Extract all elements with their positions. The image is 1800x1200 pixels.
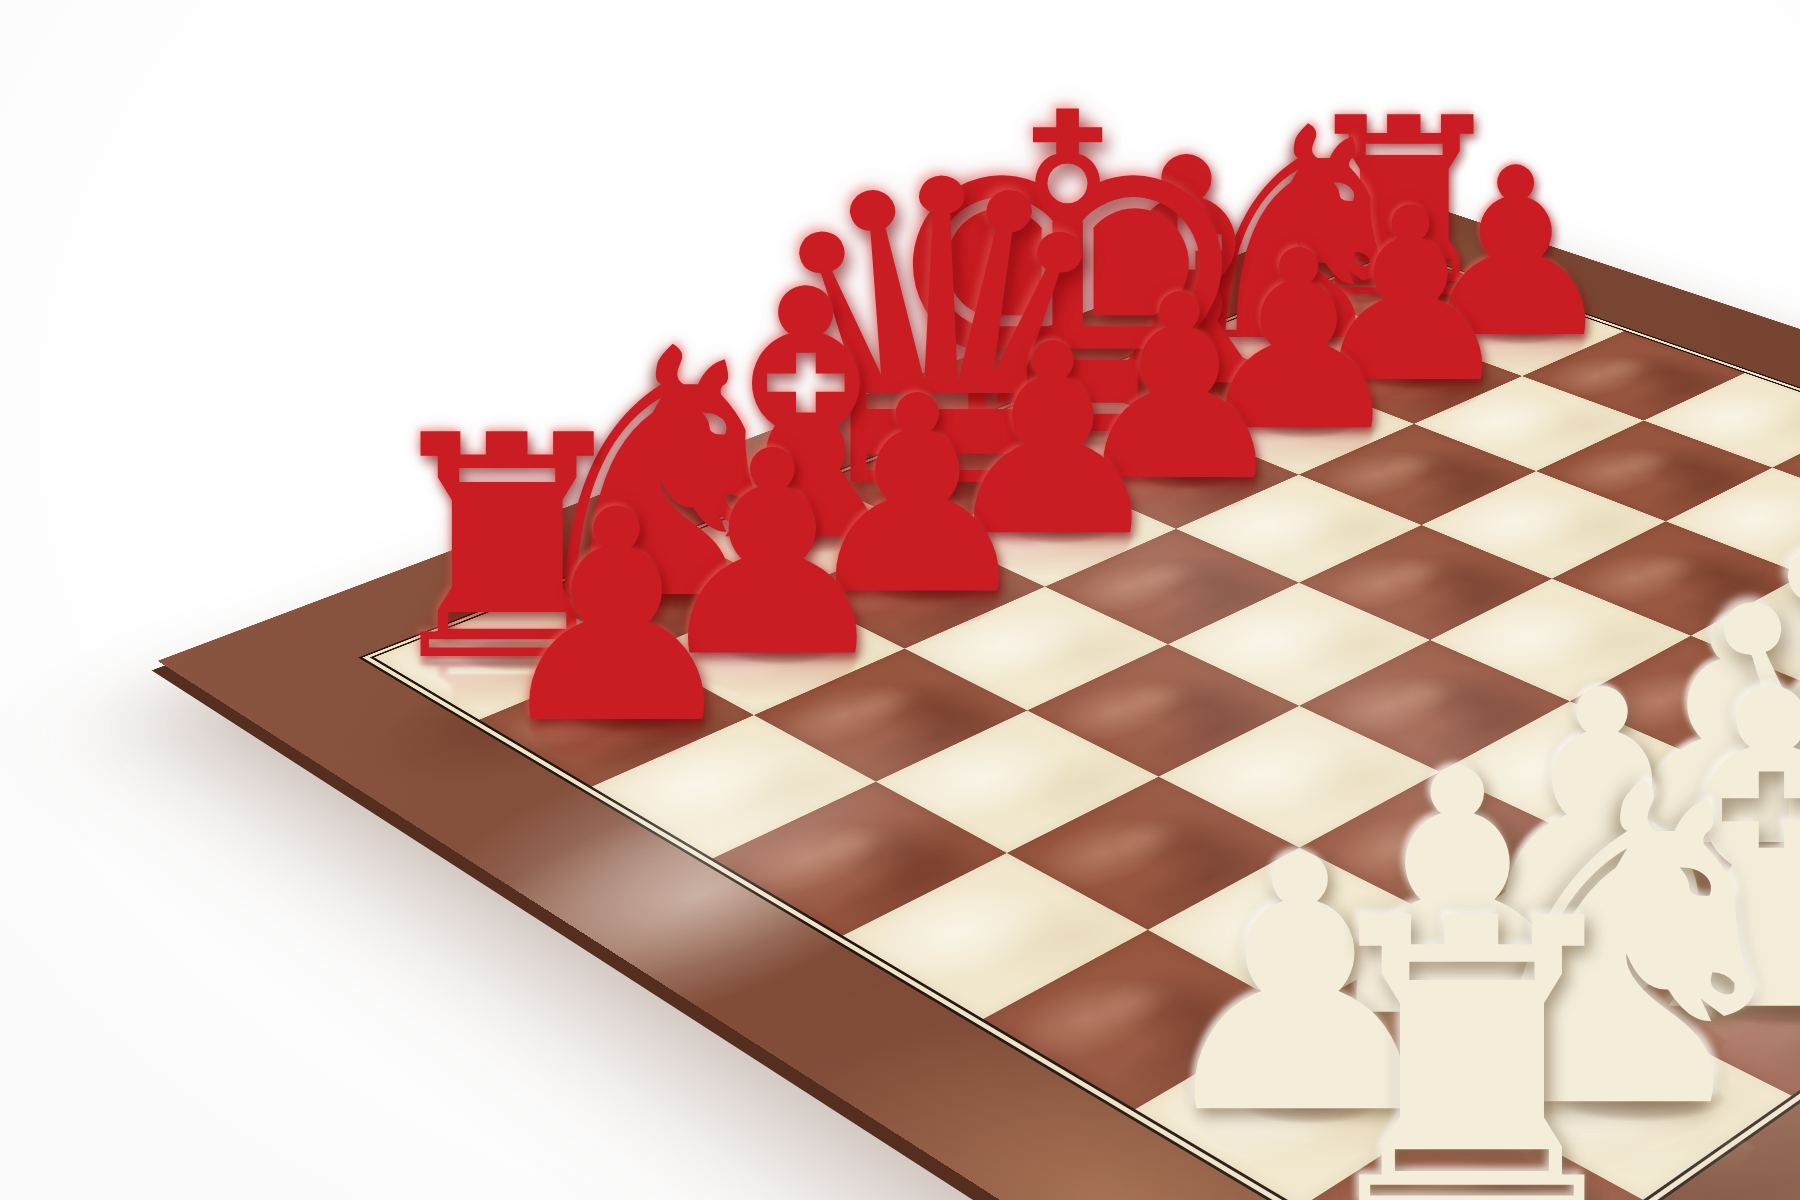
playing-area (374, 254, 1800, 1200)
photo-stage: ♜♜♞♞♝♝♛♛♚♚♝♝♞♞♜♜♟♟♟♟♟♟♟♟♟♟♟♟♟♟♟♟♟♟♟♟♟♟♟♟… (0, 0, 1800, 1200)
chessboard (158, 195, 1800, 1200)
